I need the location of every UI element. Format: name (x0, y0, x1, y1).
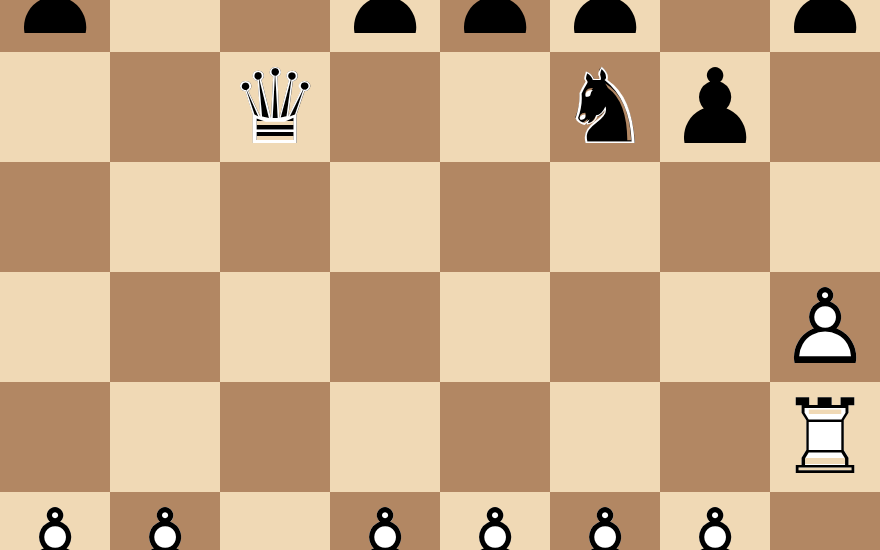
square-g7[interactable] (660, 0, 770, 52)
square-c5[interactable] (220, 162, 330, 272)
piece-white-pawn-a2[interactable]: ♟♙ (0, 492, 110, 550)
square-d7[interactable]: ♟ (330, 0, 440, 52)
piece-white-pawn-b2[interactable]: ♟♙ (110, 492, 220, 550)
white-pawn-icon: ♟ (440, 492, 550, 550)
square-f3[interactable] (550, 382, 660, 492)
white-pawn-outline-icon: ♙ (770, 272, 880, 382)
square-g2[interactable]: ♟♙ (660, 492, 770, 550)
square-a7[interactable]: ♟ (0, 0, 110, 52)
black-pawn-icon: ♟ (330, 0, 440, 52)
square-c6[interactable]: ♛♕ (220, 52, 330, 162)
square-a6[interactable] (0, 52, 110, 162)
piece-black-pawn-a7[interactable]: ♟ (0, 0, 110, 52)
piece-black-pawn-e7[interactable]: ♟ (440, 0, 550, 52)
square-f4[interactable] (550, 272, 660, 382)
square-g5[interactable] (660, 162, 770, 272)
white-pawn-outline-icon: ♙ (0, 492, 110, 550)
white-pawn-icon: ♟ (550, 492, 660, 550)
square-d3[interactable] (330, 382, 440, 492)
piece-black-queen-c6[interactable]: ♛♕ (220, 52, 330, 162)
piece-white-pawn-g2[interactable]: ♟♙ (660, 492, 770, 550)
square-c4[interactable] (220, 272, 330, 382)
piece-white-pawn-f2[interactable]: ♟♙ (550, 492, 660, 550)
square-f5[interactable] (550, 162, 660, 272)
square-e6[interactable] (440, 52, 550, 162)
white-pawn-icon: ♟ (660, 492, 770, 550)
square-h6[interactable] (770, 52, 880, 162)
square-a2[interactable]: ♟♙ (0, 492, 110, 550)
square-e5[interactable] (440, 162, 550, 272)
square-b3[interactable] (110, 382, 220, 492)
board-viewport: ♟♟♟♟♟♛♕♞♘♟♟♙♜♖♟♙♟♙♟♙♟♙♟♙♟♙ (0, 0, 880, 550)
white-pawn-outline-icon: ♙ (330, 492, 440, 550)
black-pawn-icon: ♟ (0, 0, 110, 52)
black-knight-icon: ♞ (550, 52, 660, 162)
white-rook-outline-icon: ♖ (770, 382, 880, 492)
square-e3[interactable] (440, 382, 550, 492)
square-b6[interactable] (110, 52, 220, 162)
piece-black-pawn-f7[interactable]: ♟ (550, 0, 660, 52)
square-g3[interactable] (660, 382, 770, 492)
black-pawn-icon: ♟ (770, 0, 880, 52)
piece-black-pawn-g6[interactable]: ♟ (660, 52, 770, 162)
square-h5[interactable] (770, 162, 880, 272)
black-knight-outline-icon: ♘ (550, 52, 660, 162)
white-pawn-icon: ♟ (0, 492, 110, 550)
chess-board: ♟♟♟♟♟♛♕♞♘♟♟♙♜♖♟♙♟♙♟♙♟♙♟♙♟♙ (0, 0, 880, 550)
white-pawn-icon: ♟ (110, 492, 220, 550)
square-c7[interactable] (220, 0, 330, 52)
square-g6[interactable]: ♟ (660, 52, 770, 162)
black-queen-outline-icon: ♕ (220, 52, 330, 162)
square-a3[interactable] (0, 382, 110, 492)
square-d2[interactable]: ♟♙ (330, 492, 440, 550)
square-d5[interactable] (330, 162, 440, 272)
square-b5[interactable] (110, 162, 220, 272)
white-rook-icon: ♜ (770, 382, 880, 492)
square-h2[interactable] (770, 492, 880, 550)
black-pawn-icon: ♟ (550, 0, 660, 52)
white-pawn-icon: ♟ (330, 492, 440, 550)
square-h3[interactable]: ♜♖ (770, 382, 880, 492)
piece-black-knight-f6[interactable]: ♞♘ (550, 52, 660, 162)
piece-black-pawn-h7[interactable]: ♟ (770, 0, 880, 52)
white-pawn-outline-icon: ♙ (440, 492, 550, 550)
square-a5[interactable] (0, 162, 110, 272)
square-d6[interactable] (330, 52, 440, 162)
square-e2[interactable]: ♟♙ (440, 492, 550, 550)
square-b7[interactable] (110, 0, 220, 52)
square-d4[interactable] (330, 272, 440, 382)
black-pawn-icon: ♟ (440, 0, 550, 52)
piece-black-pawn-d7[interactable]: ♟ (330, 0, 440, 52)
white-pawn-outline-icon: ♙ (110, 492, 220, 550)
square-c3[interactable] (220, 382, 330, 492)
piece-white-pawn-h4[interactable]: ♟♙ (770, 272, 880, 382)
black-pawn-icon: ♟ (660, 52, 770, 162)
square-f7[interactable]: ♟ (550, 0, 660, 52)
black-queen-icon: ♛ (220, 52, 330, 162)
square-b4[interactable] (110, 272, 220, 382)
square-f2[interactable]: ♟♙ (550, 492, 660, 550)
square-b2[interactable]: ♟♙ (110, 492, 220, 550)
white-pawn-outline-icon: ♙ (660, 492, 770, 550)
square-a4[interactable] (0, 272, 110, 382)
square-h7[interactable]: ♟ (770, 0, 880, 52)
square-g4[interactable] (660, 272, 770, 382)
square-c2[interactable] (220, 492, 330, 550)
square-e4[interactable] (440, 272, 550, 382)
square-e7[interactable]: ♟ (440, 0, 550, 52)
white-pawn-icon: ♟ (770, 272, 880, 382)
piece-white-pawn-e2[interactable]: ♟♙ (440, 492, 550, 550)
white-pawn-outline-icon: ♙ (550, 492, 660, 550)
piece-white-rook-h3[interactable]: ♜♖ (770, 382, 880, 492)
square-f6[interactable]: ♞♘ (550, 52, 660, 162)
piece-white-pawn-d2[interactable]: ♟♙ (330, 492, 440, 550)
square-h4[interactable]: ♟♙ (770, 272, 880, 382)
